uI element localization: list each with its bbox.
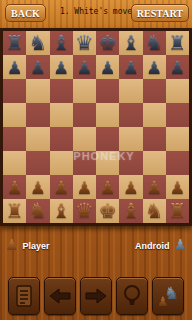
square-a4[interactable] [3,127,26,151]
square-a3[interactable] [3,151,26,175]
piece-black-rook: ♜ [166,32,189,55]
white-player: ♟ Player [5,238,49,253]
piece-black-bishop: ♝ [50,32,73,55]
square-b8[interactable]: ♞ [26,31,49,55]
steel-pawn-icon: ♟ [174,238,187,253]
piece-black-pawn: ♟ [73,56,96,79]
square-e2[interactable]: ♟ [96,175,119,199]
square-f2[interactable]: ♟ [119,175,142,199]
square-b1[interactable]: ♞ [26,199,49,223]
square-g2[interactable]: ♟ [143,175,166,199]
piece-black-knight: ♞ [143,32,166,55]
arrow-right-icon [85,288,107,304]
square-a5[interactable] [3,103,26,127]
square-d5[interactable] [73,103,96,127]
piece-white-bishop: ♝ [119,200,142,223]
square-c1[interactable]: ♝ [50,199,73,223]
piece-white-pawn: ♟ [3,176,26,199]
piece-white-bishop: ♝ [50,200,73,223]
piece-black-pawn: ♟ [143,56,166,79]
moves-list-button[interactable] [8,277,40,315]
square-h4[interactable] [166,127,189,151]
chess-board: ♜♞♝♛♚♝♞♜♟♟♟♟♟♟♟♟♟♟♟♟♟♟♟♟♜♞♝♛♚♝♞♜ [0,28,192,226]
piece-white-pawn: ♟ [73,176,96,199]
square-b7[interactable]: ♟ [26,55,49,79]
pieces-button[interactable]: ♞♟ [152,277,184,315]
square-e8[interactable]: ♚ [96,31,119,55]
player-bar: ♟ Player Android ♟ [0,226,192,272]
square-a8[interactable]: ♜ [3,31,26,55]
piece-white-pawn: ♟ [143,176,166,199]
arrow-left-icon [49,288,71,304]
square-h7[interactable]: ♟ [166,55,189,79]
bottom-toolbar: ♞♟ [0,277,192,320]
piece-white-pawn: ♟ [166,176,189,199]
black-player: Android ♟ [135,238,187,253]
lightbulb-icon [123,284,141,308]
square-g7[interactable]: ♟ [143,55,166,79]
bronze-pawn-icon: ♟ [5,238,18,253]
watermark: PHONEKY [56,150,152,162]
piece-white-pawn: ♟ [119,176,142,199]
square-h3[interactable] [166,151,189,175]
piece-black-pawn: ♟ [119,56,142,79]
square-d7[interactable]: ♟ [73,55,96,79]
square-b6[interactable] [26,79,49,103]
square-f1[interactable]: ♝ [119,199,142,223]
piece-white-pawn: ♟ [50,176,73,199]
square-e6[interactable] [96,79,119,103]
square-h2[interactable]: ♟ [166,175,189,199]
chess-pieces-icon: ♞♟ [157,285,179,307]
square-h6[interactable] [166,79,189,103]
square-b2[interactable]: ♟ [26,175,49,199]
square-c2[interactable]: ♟ [50,175,73,199]
square-a7[interactable]: ♟ [3,55,26,79]
piece-white-queen: ♛ [73,200,96,223]
chess-app-screen: BACK 1. White's move RESTART ♜♞♝♛♚♝♞♜♟♟♟… [0,0,192,320]
undo-button[interactable] [44,277,76,315]
redo-button[interactable] [80,277,112,315]
square-c6[interactable] [50,79,73,103]
piece-black-king: ♚ [96,32,119,55]
piece-black-queen: ♛ [73,32,96,55]
square-f4[interactable] [119,127,142,151]
black-player-name: Android [135,241,170,251]
square-b3[interactable] [26,151,49,175]
piece-black-pawn: ♟ [166,56,189,79]
piece-black-knight: ♞ [26,32,49,55]
square-g8[interactable]: ♞ [143,31,166,55]
square-a6[interactable] [3,79,26,103]
piece-white-knight: ♞ [26,200,49,223]
piece-black-pawn: ♟ [96,56,119,79]
top-bar: BACK 1. White's move RESTART [0,0,192,28]
square-c5[interactable] [50,103,73,127]
square-e4[interactable] [96,127,119,151]
square-d2[interactable]: ♟ [73,175,96,199]
piece-black-pawn: ♟ [50,56,73,79]
square-g4[interactable] [143,127,166,151]
piece-white-rook: ♜ [3,200,26,223]
piece-white-rook: ♜ [166,200,189,223]
square-c8[interactable]: ♝ [50,31,73,55]
piece-black-bishop: ♝ [119,32,142,55]
square-f7[interactable]: ♟ [119,55,142,79]
square-b4[interactable] [26,127,49,151]
square-e7[interactable]: ♟ [96,55,119,79]
square-h8[interactable]: ♜ [166,31,189,55]
square-h5[interactable] [166,103,189,127]
square-a1[interactable]: ♜ [3,199,26,223]
square-f5[interactable] [119,103,142,127]
square-g1[interactable]: ♞ [143,199,166,223]
square-d6[interactable] [73,79,96,103]
square-a2[interactable]: ♟ [3,175,26,199]
piece-white-pawn: ♟ [96,176,119,199]
piece-black-pawn: ♟ [26,56,49,79]
square-f8[interactable]: ♝ [119,31,142,55]
piece-white-knight: ♞ [143,200,166,223]
piece-black-rook: ♜ [3,32,26,55]
square-h1[interactable]: ♜ [166,199,189,223]
piece-white-pawn: ♟ [26,176,49,199]
square-d1[interactable]: ♛ [73,199,96,223]
hint-button[interactable] [116,277,148,315]
document-icon [15,285,33,307]
white-player-name: Player [22,241,49,251]
square-b5[interactable] [26,103,49,127]
square-e1[interactable]: ♚ [96,199,119,223]
square-c4[interactable] [50,127,73,151]
square-d8[interactable]: ♛ [73,31,96,55]
square-d4[interactable] [73,127,96,151]
piece-white-king: ♚ [96,200,119,223]
square-g5[interactable] [143,103,166,127]
piece-black-pawn: ♟ [3,56,26,79]
square-g6[interactable] [143,79,166,103]
restart-button[interactable]: RESTART [131,4,189,22]
square-f6[interactable] [119,79,142,103]
square-c7[interactable]: ♟ [50,55,73,79]
square-e5[interactable] [96,103,119,127]
